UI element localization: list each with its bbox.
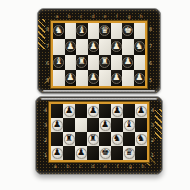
square-f1 <box>111 146 123 160</box>
file-label-d: d <box>87 162 100 171</box>
square-b2: ♜ <box>63 132 75 146</box>
file-label-h: h <box>135 12 147 21</box>
piece-glyph: ♜ <box>89 134 97 143</box>
piece-glyph: ♟ <box>53 120 61 129</box>
piece-glyph: ♟ <box>89 106 97 115</box>
rank-label-1: 1 <box>42 147 49 162</box>
square-c6: ♜ <box>76 55 88 71</box>
piece-bN-a8: ♞ <box>53 25 64 36</box>
gold-hatch-decoration <box>155 109 162 139</box>
piece-glyph: ♟ <box>66 42 74 51</box>
piece-glyph: ♟ <box>89 73 97 82</box>
board-print-bottom: 4321 ♟♟♟♟♟♟♝♜♜♞♞♟♟♚♛ 4321 abcdefgh <box>42 102 156 171</box>
square-d7: ♟ <box>88 39 100 55</box>
square-g4 <box>123 104 135 118</box>
square-g2 <box>123 132 135 146</box>
square-b4: ♟ <box>63 104 75 118</box>
piece-glyph: ♟ <box>124 57 132 66</box>
piece-wP-b4: ♟ <box>64 106 75 117</box>
square-c7 <box>76 39 88 55</box>
piece-wN-f2: ♞ <box>112 134 123 145</box>
file-label-a: a <box>49 162 62 171</box>
square-g7 <box>122 39 134 55</box>
file-label-c: c <box>74 162 87 171</box>
piece-glyph: ♟ <box>137 106 145 115</box>
piece-wN-h2: ♞ <box>136 134 147 145</box>
rank-label-2: 2 <box>149 132 156 147</box>
piece-wK-e1: ♚ <box>100 148 111 159</box>
piece-glyph: ♞ <box>55 26 63 35</box>
square-g1: ♛ <box>123 146 135 160</box>
piece-bB-a6: ♝ <box>53 57 64 68</box>
rank-label-5: 5 <box>147 71 154 88</box>
square-d5: ♟ <box>88 70 100 86</box>
square-e1: ♚ <box>99 146 111 160</box>
rank-labels-left: 8765 <box>44 21 51 88</box>
tin-hinge-rim <box>41 98 157 100</box>
rank-label-4: 4 <box>42 102 49 117</box>
piece-glyph: ♟ <box>135 73 143 82</box>
piece-glyph: ♞ <box>135 42 143 51</box>
square-e5 <box>99 70 111 86</box>
square-g6: ♟ <box>122 55 134 71</box>
square-f7: ♟ <box>111 39 123 55</box>
rank-label-4: 4 <box>149 102 156 117</box>
square-d8 <box>88 23 100 39</box>
piece-bP-f5: ♟ <box>111 73 122 84</box>
piece-glyph: ♟ <box>112 42 120 51</box>
square-h6 <box>134 55 146 71</box>
piece-bP-d5: ♟ <box>88 73 99 84</box>
piece-glyph: ♜ <box>101 57 109 66</box>
file-label-h: h <box>137 162 150 171</box>
file-labels-bottom: abcdefgh <box>49 162 149 171</box>
rank-labels-right: 4321 <box>149 102 156 162</box>
file-labels-top: abcdefgh <box>51 12 147 21</box>
file-label-e: e <box>99 12 111 21</box>
square-a2 <box>51 132 63 146</box>
square-c3 <box>75 118 87 132</box>
piece-bR-c6: ♜ <box>76 57 87 68</box>
piece-glyph: ♟ <box>101 120 109 129</box>
file-label-f: f <box>111 12 123 21</box>
square-c4 <box>75 104 87 118</box>
square-f5: ♟ <box>111 70 123 86</box>
square-g3: ♝ <box>123 118 135 132</box>
square-f3 <box>111 118 123 132</box>
file-label-b: b <box>62 162 75 171</box>
square-h3 <box>135 118 147 132</box>
square-b6 <box>65 55 77 71</box>
piece-wP-d4: ♟ <box>88 106 99 117</box>
square-c5 <box>76 70 88 86</box>
piece-bP-h5: ♟ <box>134 73 145 84</box>
chessboard-top-ranks-8-5: ♞♝♛♚♟♟♟♞♝♜♜♟♟♟♟♟ <box>51 21 147 88</box>
square-a8: ♞ <box>53 23 65 39</box>
square-h7: ♞ <box>134 39 146 55</box>
square-h5: ♟ <box>134 70 146 86</box>
file-label-c: c <box>75 12 87 21</box>
square-b7: ♟ <box>65 39 77 55</box>
rank-label-3: 3 <box>149 117 156 132</box>
square-h1 <box>135 146 147 160</box>
piece-glyph: ♝ <box>55 57 63 66</box>
piece-bP-b5: ♟ <box>65 73 76 84</box>
file-label-e: e <box>99 162 112 171</box>
piece-wQ-g1: ♛ <box>124 148 135 159</box>
square-e8: ♛ <box>99 23 111 39</box>
piece-wP-f4: ♟ <box>112 106 123 117</box>
piece-glyph: ♟ <box>66 73 74 82</box>
file-label-g: g <box>124 162 137 171</box>
piece-bP-g6: ♟ <box>122 57 133 68</box>
board-print-top: abcdefgh 8765 ♞♝♛♚♟♟♟♞♝♜♜♟♟♟♟♟ 8765 <box>44 12 154 88</box>
rank-label-6: 6 <box>147 55 154 72</box>
piece-wP-e3: ♟ <box>100 120 111 131</box>
piece-glyph: ♟ <box>89 42 97 51</box>
rank-labels-right: 8765 <box>147 21 154 88</box>
square-f4: ♟ <box>111 104 123 118</box>
piece-glyph: ♟ <box>112 73 120 82</box>
rank-label-8: 8 <box>147 21 154 38</box>
rank-label-3: 3 <box>42 117 49 132</box>
file-label-g: g <box>123 12 135 21</box>
rank-label-6: 6 <box>44 55 51 72</box>
piece-glyph: ♚ <box>101 148 109 157</box>
piece-glyph: ♜ <box>65 134 73 143</box>
square-e4 <box>99 104 111 118</box>
rank-label-8: 8 <box>44 21 51 38</box>
rank-label-7: 7 <box>147 38 154 55</box>
square-c8: ♝ <box>76 23 88 39</box>
square-b1 <box>63 146 75 160</box>
piece-glyph: ♞ <box>113 134 121 143</box>
piece-glyph: ♛ <box>101 26 109 35</box>
chessboard-bottom-ranks-4-1: ♟♟♟♟♟♟♝♜♜♞♞♟♟♚♛ <box>49 102 149 162</box>
piece-glyph: ♞ <box>137 134 145 143</box>
square-g5 <box>122 70 134 86</box>
square-f6 <box>111 55 123 71</box>
piece-bQ-e8: ♛ <box>99 25 110 36</box>
square-a6: ♝ <box>53 55 65 71</box>
square-a4 <box>51 104 63 118</box>
square-b3 <box>63 118 75 132</box>
rank-labels-left: 4321 <box>42 102 49 162</box>
file-label-d: d <box>87 12 99 21</box>
square-d6 <box>88 55 100 71</box>
tin-hinge-rim <box>43 90 155 92</box>
piece-glyph: ♛ <box>125 148 133 157</box>
square-h4: ♟ <box>135 104 147 118</box>
square-a3: ♟ <box>51 118 63 132</box>
piece-bN-h7: ♞ <box>134 41 145 52</box>
piece-bR-e6: ♜ <box>99 57 110 68</box>
chess-tin-bottom-half: 4321 ♟♟♟♟♟♟♝♜♜♞♞♟♟♚♛ 4321 abcdefgh <box>35 96 163 175</box>
piece-glyph: ♝ <box>125 120 133 129</box>
piece-bK-g8: ♚ <box>122 25 133 36</box>
square-e6: ♜ <box>99 55 111 71</box>
square-d3 <box>87 118 99 132</box>
square-e2 <box>99 132 111 146</box>
square-c1: ♟ <box>75 146 87 160</box>
piece-bP-d7: ♟ <box>88 41 99 52</box>
piece-wP-a1: ♟ <box>52 148 63 159</box>
file-label-f: f <box>112 162 125 171</box>
square-e7 <box>99 39 111 55</box>
rank-label-2: 2 <box>42 132 49 147</box>
piece-wR-b2: ♜ <box>64 134 75 145</box>
piece-wP-a3: ♟ <box>52 120 63 131</box>
square-b5: ♟ <box>65 70 77 86</box>
file-label-b: b <box>63 12 75 21</box>
square-b8 <box>65 23 77 39</box>
piece-glyph: ♜ <box>78 57 86 66</box>
piece-glyph: ♟ <box>113 106 121 115</box>
chess-tin-top-half: abcdefgh 8765 ♞♝♛♚♟♟♟♞♝♜♜♟♟♟♟♟ 8765 <box>37 8 161 94</box>
square-f8 <box>111 23 123 39</box>
square-a5 <box>53 70 65 86</box>
square-c2 <box>75 132 87 146</box>
piece-glyph: ♟ <box>65 106 73 115</box>
piece-wP-c1: ♟ <box>76 148 87 159</box>
square-f2: ♞ <box>111 132 123 146</box>
piece-glyph: ♝ <box>78 26 86 35</box>
piece-wP-h4: ♟ <box>136 106 147 117</box>
square-a1: ♟ <box>51 146 63 160</box>
rank-label-7: 7 <box>44 38 51 55</box>
square-g8: ♚ <box>122 23 134 39</box>
piece-wR-d2: ♜ <box>88 134 99 145</box>
square-h2: ♞ <box>135 132 147 146</box>
piece-bP-f7: ♟ <box>111 41 122 52</box>
piece-glyph: ♟ <box>53 148 61 157</box>
square-e3: ♟ <box>99 118 111 132</box>
piece-bP-b7: ♟ <box>65 41 76 52</box>
square-a7 <box>53 39 65 55</box>
piece-glyph: ♟ <box>77 148 85 157</box>
square-d1 <box>87 146 99 160</box>
piece-bB-c8: ♝ <box>76 25 87 36</box>
rank-label-1: 1 <box>149 147 156 162</box>
rank-label-5: 5 <box>44 71 51 88</box>
file-label-a: a <box>51 12 63 21</box>
square-d4: ♟ <box>87 104 99 118</box>
square-d2: ♜ <box>87 132 99 146</box>
piece-glyph: ♚ <box>124 26 132 35</box>
piece-wB-g3: ♝ <box>124 120 135 131</box>
square-h8 <box>134 23 146 39</box>
